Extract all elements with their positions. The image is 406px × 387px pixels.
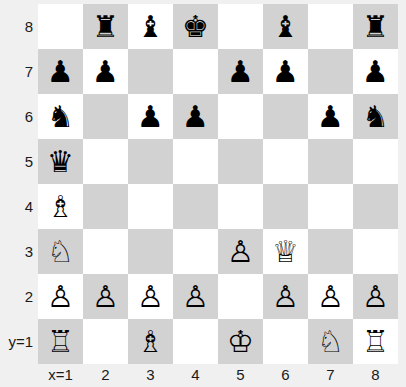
square-x3-y2[interactable]: ♙ bbox=[128, 274, 173, 319]
black-pawn-piece: ♟ bbox=[362, 49, 389, 94]
square-x1-y3[interactable]: ♘ bbox=[38, 229, 83, 274]
square-x5-y2[interactable] bbox=[218, 274, 263, 319]
square-x4-y1[interactable] bbox=[173, 319, 218, 364]
square-x3-y4[interactable] bbox=[128, 184, 173, 229]
white-rook-piece: ♖ bbox=[47, 319, 74, 364]
square-x2-y6[interactable] bbox=[83, 94, 128, 139]
y-axis-label-1: y=1 bbox=[0, 319, 33, 364]
black-pawn-piece: ♟ bbox=[47, 49, 74, 94]
square-x6-y7[interactable]: ♟ bbox=[263, 49, 308, 94]
white-pawn-piece: ♙ bbox=[362, 274, 389, 319]
square-x5-y7[interactable]: ♟ bbox=[218, 49, 263, 94]
square-x2-y5[interactable] bbox=[83, 139, 128, 184]
square-x3-y7[interactable] bbox=[128, 49, 173, 94]
square-x4-y3[interactable] bbox=[173, 229, 218, 274]
square-x6-y4[interactable] bbox=[263, 184, 308, 229]
square-x7-y7[interactable] bbox=[308, 49, 353, 94]
square-x3-y3[interactable] bbox=[128, 229, 173, 274]
x-axis-label-8: 8 bbox=[353, 364, 398, 387]
white-bishop-piece: ♗ bbox=[47, 184, 74, 229]
black-pawn-piece: ♟ bbox=[137, 94, 164, 139]
y-axis-label-2: 2 bbox=[0, 274, 33, 319]
square-x8-y5[interactable] bbox=[353, 139, 398, 184]
chess-diagram: 8765432y=1 ♜♝♚♝♜♟♟♟♟♟♞♟♟♟♞♛♗♘♙♕♙♙♙♙♙♙♙♖♗… bbox=[0, 0, 406, 387]
square-x4-y4[interactable] bbox=[173, 184, 218, 229]
white-queen-piece: ♕ bbox=[272, 229, 299, 274]
square-x1-y2[interactable]: ♙ bbox=[38, 274, 83, 319]
x-axis-label-3: 3 bbox=[128, 364, 173, 387]
black-rook-piece: ♜ bbox=[92, 4, 119, 49]
white-rook-piece: ♖ bbox=[362, 319, 389, 364]
square-x4-y2[interactable]: ♙ bbox=[173, 274, 218, 319]
y-axis-label-4: 4 bbox=[0, 184, 33, 229]
square-x5-y5[interactable] bbox=[218, 139, 263, 184]
black-rook-piece: ♜ bbox=[362, 4, 389, 49]
square-x7-y8[interactable] bbox=[308, 4, 353, 49]
y-axis-labels: 8765432y=1 bbox=[0, 4, 33, 364]
square-x2-y8[interactable]: ♜ bbox=[83, 4, 128, 49]
square-x7-y4[interactable] bbox=[308, 184, 353, 229]
y-axis-label-5: 5 bbox=[0, 139, 33, 184]
square-x8-y2[interactable]: ♙ bbox=[353, 274, 398, 319]
square-x8-y8[interactable]: ♜ bbox=[353, 4, 398, 49]
black-knight-piece: ♞ bbox=[362, 94, 389, 139]
square-x4-y5[interactable] bbox=[173, 139, 218, 184]
square-x8-y3[interactable] bbox=[353, 229, 398, 274]
y-axis-label-3: 3 bbox=[0, 229, 33, 274]
square-x4-y8[interactable]: ♚ bbox=[173, 4, 218, 49]
square-x1-y6[interactable]: ♞ bbox=[38, 94, 83, 139]
square-x1-y1[interactable]: ♖ bbox=[38, 319, 83, 364]
square-x7-y5[interactable] bbox=[308, 139, 353, 184]
square-x2-y7[interactable]: ♟ bbox=[83, 49, 128, 94]
y-axis-label-7: 7 bbox=[0, 49, 33, 94]
square-x1-y4[interactable]: ♗ bbox=[38, 184, 83, 229]
square-x6-y3[interactable]: ♕ bbox=[263, 229, 308, 274]
square-x8-y1[interactable]: ♖ bbox=[353, 319, 398, 364]
square-x5-y4[interactable] bbox=[218, 184, 263, 229]
square-x8-y7[interactable]: ♟ bbox=[353, 49, 398, 94]
white-bishop-piece: ♗ bbox=[137, 319, 164, 364]
square-x6-y2[interactable]: ♙ bbox=[263, 274, 308, 319]
black-knight-piece: ♞ bbox=[47, 94, 74, 139]
square-x7-y6[interactable]: ♟ bbox=[308, 94, 353, 139]
x-axis-label-4: 4 bbox=[173, 364, 218, 387]
square-x5-y6[interactable] bbox=[218, 94, 263, 139]
square-x6-y5[interactable] bbox=[263, 139, 308, 184]
square-x1-y8[interactable] bbox=[38, 4, 83, 49]
white-king-piece: ♔ bbox=[227, 319, 254, 364]
white-pawn-piece: ♙ bbox=[47, 274, 74, 319]
square-x4-y7[interactable] bbox=[173, 49, 218, 94]
square-x5-y1[interactable]: ♔ bbox=[218, 319, 263, 364]
white-pawn-piece: ♙ bbox=[92, 274, 119, 319]
square-x7-y2[interactable]: ♙ bbox=[308, 274, 353, 319]
white-pawn-piece: ♙ bbox=[272, 274, 299, 319]
black-pawn-piece: ♟ bbox=[317, 94, 344, 139]
x-axis-label-6: 6 bbox=[263, 364, 308, 387]
black-pawn-piece: ♟ bbox=[227, 49, 254, 94]
square-x4-y6[interactable]: ♟ bbox=[173, 94, 218, 139]
white-knight-piece: ♘ bbox=[317, 319, 344, 364]
square-x3-y5[interactable] bbox=[128, 139, 173, 184]
square-x1-y7[interactable]: ♟ bbox=[38, 49, 83, 94]
square-x5-y3[interactable]: ♙ bbox=[218, 229, 263, 274]
square-x6-y8[interactable]: ♝ bbox=[263, 4, 308, 49]
x-axis-label-5: 5 bbox=[218, 364, 263, 387]
black-bishop-piece: ♝ bbox=[272, 4, 299, 49]
black-queen-piece: ♛ bbox=[47, 139, 74, 184]
black-bishop-piece: ♝ bbox=[137, 4, 164, 49]
square-x2-y3[interactable] bbox=[83, 229, 128, 274]
white-knight-piece: ♘ bbox=[47, 229, 74, 274]
x-axis-label-7: 7 bbox=[308, 364, 353, 387]
square-x2-y4[interactable] bbox=[83, 184, 128, 229]
square-x3-y1[interactable]: ♗ bbox=[128, 319, 173, 364]
square-x3-y8[interactable]: ♝ bbox=[128, 4, 173, 49]
square-x7-y1[interactable]: ♘ bbox=[308, 319, 353, 364]
x-axis-label-2: 2 bbox=[83, 364, 128, 387]
white-pawn-piece: ♙ bbox=[317, 274, 344, 319]
y-axis-label-8: 8 bbox=[0, 4, 33, 49]
square-x7-y3[interactable] bbox=[308, 229, 353, 274]
black-pawn-piece: ♟ bbox=[182, 94, 209, 139]
square-x6-y6[interactable] bbox=[263, 94, 308, 139]
black-king-piece: ♚ bbox=[182, 4, 209, 49]
square-x1-y5[interactable]: ♛ bbox=[38, 139, 83, 184]
square-x2-y1[interactable] bbox=[83, 319, 128, 364]
square-x3-y6[interactable]: ♟ bbox=[128, 94, 173, 139]
y-axis-label-6: 6 bbox=[0, 94, 33, 139]
x-axis-label-1: x=1 bbox=[38, 364, 83, 387]
chess-board: ♜♝♚♝♜♟♟♟♟♟♞♟♟♟♞♛♗♘♙♕♙♙♙♙♙♙♙♖♗♔♘♖ bbox=[38, 4, 398, 364]
square-x6-y1[interactable] bbox=[263, 319, 308, 364]
white-pawn-piece: ♙ bbox=[227, 229, 254, 274]
white-pawn-piece: ♙ bbox=[182, 274, 209, 319]
square-x8-y4[interactable] bbox=[353, 184, 398, 229]
square-x8-y6[interactable]: ♞ bbox=[353, 94, 398, 139]
square-x2-y2[interactable]: ♙ bbox=[83, 274, 128, 319]
white-pawn-piece: ♙ bbox=[137, 274, 164, 319]
x-axis-labels: x=12345678 bbox=[38, 364, 398, 387]
black-pawn-piece: ♟ bbox=[272, 49, 299, 94]
square-x5-y8[interactable] bbox=[218, 4, 263, 49]
black-pawn-piece: ♟ bbox=[92, 49, 119, 94]
